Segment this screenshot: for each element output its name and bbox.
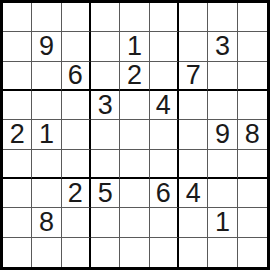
sudoku-cell-r5c5[interactable] xyxy=(120,120,149,149)
sudoku-cell-r7c5[interactable] xyxy=(120,179,149,208)
sudoku-cell-r9c8[interactable] xyxy=(208,238,237,267)
sudoku-cell-r3c5[interactable]: 2 xyxy=(120,62,149,91)
sudoku-cell-r2c6[interactable] xyxy=(150,32,179,61)
sudoku-cell-r2c4[interactable] xyxy=(91,32,120,61)
sudoku-cell-r1c9[interactable] xyxy=(238,3,267,32)
sudoku-cell-r6c3[interactable] xyxy=(62,150,91,179)
sudoku-cell-r2c3[interactable] xyxy=(62,32,91,61)
sudoku-cell-r1c2[interactable] xyxy=(32,3,61,32)
sudoku-cell-r7c2[interactable] xyxy=(32,179,61,208)
sudoku-cell-r5c6[interactable] xyxy=(150,120,179,149)
sudoku-cell-r1c3[interactable] xyxy=(62,3,91,32)
sudoku-cell-r9c2[interactable] xyxy=(32,238,61,267)
sudoku-cell-r4c4[interactable]: 3 xyxy=(91,91,120,120)
sudoku-cell-r3c8[interactable] xyxy=(208,62,237,91)
sudoku-cell-r8c6[interactable] xyxy=(150,208,179,237)
sudoku-cell-r5c4[interactable] xyxy=(91,120,120,149)
sudoku-cell-r8c4[interactable] xyxy=(91,208,120,237)
sudoku-cell-r5c3[interactable] xyxy=(62,120,91,149)
sudoku-cell-r5c9[interactable]: 8 xyxy=(238,120,267,149)
sudoku-cell-r8c8[interactable]: 1 xyxy=(208,208,237,237)
sudoku-cell-r7c3[interactable]: 2 xyxy=(62,179,91,208)
sudoku-cell-r1c5[interactable] xyxy=(120,3,149,32)
sudoku-cell-r9c5[interactable] xyxy=(120,238,149,267)
sudoku-cell-r7c8[interactable] xyxy=(208,179,237,208)
sudoku-cell-r8c5[interactable] xyxy=(120,208,149,237)
sudoku-cell-r2c2[interactable]: 9 xyxy=(32,32,61,61)
sudoku-cell-r6c9[interactable] xyxy=(238,150,267,179)
sudoku-cell-r6c1[interactable] xyxy=(3,150,32,179)
sudoku-cell-r4c5[interactable] xyxy=(120,91,149,120)
sudoku-cell-r1c8[interactable] xyxy=(208,3,237,32)
sudoku-cell-r6c4[interactable] xyxy=(91,150,120,179)
sudoku-cell-r4c3[interactable] xyxy=(62,91,91,120)
sudoku-cell-r2c8[interactable]: 3 xyxy=(208,32,237,61)
sudoku-cell-r2c1[interactable] xyxy=(3,32,32,61)
sudoku-cell-r6c8[interactable] xyxy=(208,150,237,179)
sudoku-cell-r6c7[interactable] xyxy=(179,150,208,179)
sudoku-cell-r8c7[interactable] xyxy=(179,208,208,237)
sudoku-cell-r3c1[interactable] xyxy=(3,62,32,91)
sudoku-cell-r2c7[interactable] xyxy=(179,32,208,61)
sudoku-cell-r4c1[interactable] xyxy=(3,91,32,120)
sudoku-cell-r9c6[interactable] xyxy=(150,238,179,267)
sudoku-cell-r3c4[interactable] xyxy=(91,62,120,91)
sudoku-cell-r3c2[interactable] xyxy=(32,62,61,91)
sudoku-cell-r9c1[interactable] xyxy=(3,238,32,267)
sudoku-cell-r4c2[interactable] xyxy=(32,91,61,120)
sudoku-cell-r3c3[interactable]: 6 xyxy=(62,62,91,91)
sudoku-cell-r7c7[interactable]: 4 xyxy=(179,179,208,208)
sudoku-cell-r6c5[interactable] xyxy=(120,150,149,179)
sudoku-cell-r2c5[interactable]: 1 xyxy=(120,32,149,61)
sudoku-cell-r5c2[interactable]: 1 xyxy=(32,120,61,149)
sudoku-cell-r7c9[interactable] xyxy=(238,179,267,208)
sudoku-cell-r9c4[interactable] xyxy=(91,238,120,267)
sudoku-cell-r5c1[interactable]: 2 xyxy=(3,120,32,149)
sudoku-cell-r8c1[interactable] xyxy=(3,208,32,237)
sudoku-cell-r7c6[interactable]: 6 xyxy=(150,179,179,208)
sudoku-cell-r4c7[interactable] xyxy=(179,91,208,120)
sudoku-cell-r9c7[interactable] xyxy=(179,238,208,267)
sudoku-cell-r2c9[interactable] xyxy=(238,32,267,61)
sudoku-cell-r1c1[interactable] xyxy=(3,3,32,32)
sudoku-cell-r4c6[interactable]: 4 xyxy=(150,91,179,120)
sudoku-cell-r1c7[interactable] xyxy=(179,3,208,32)
sudoku-cell-r4c9[interactable] xyxy=(238,91,267,120)
sudoku-cell-r5c8[interactable]: 9 xyxy=(208,120,237,149)
sudoku-cell-r1c6[interactable] xyxy=(150,3,179,32)
sudoku-cell-r3c9[interactable] xyxy=(238,62,267,91)
sudoku-cell-r8c2[interactable]: 8 xyxy=(32,208,61,237)
sudoku-cell-r5c7[interactable] xyxy=(179,120,208,149)
sudoku-cell-r3c6[interactable] xyxy=(150,62,179,91)
sudoku-cell-r6c6[interactable] xyxy=(150,150,179,179)
sudoku-cell-r3c7[interactable]: 7 xyxy=(179,62,208,91)
sudoku-cell-r7c1[interactable] xyxy=(3,179,32,208)
sudoku-cell-r6c2[interactable] xyxy=(32,150,61,179)
sudoku-cell-r9c9[interactable] xyxy=(238,238,267,267)
sudoku-cell-r1c4[interactable] xyxy=(91,3,120,32)
sudoku-cell-r4c8[interactable] xyxy=(208,91,237,120)
sudoku-cell-r8c9[interactable] xyxy=(238,208,267,237)
sudoku-cell-r9c3[interactable] xyxy=(62,238,91,267)
sudoku-cell-r7c4[interactable]: 5 xyxy=(91,179,120,208)
sudoku-board: 913627342198256481 xyxy=(0,0,270,270)
sudoku-cell-r8c3[interactable] xyxy=(62,208,91,237)
